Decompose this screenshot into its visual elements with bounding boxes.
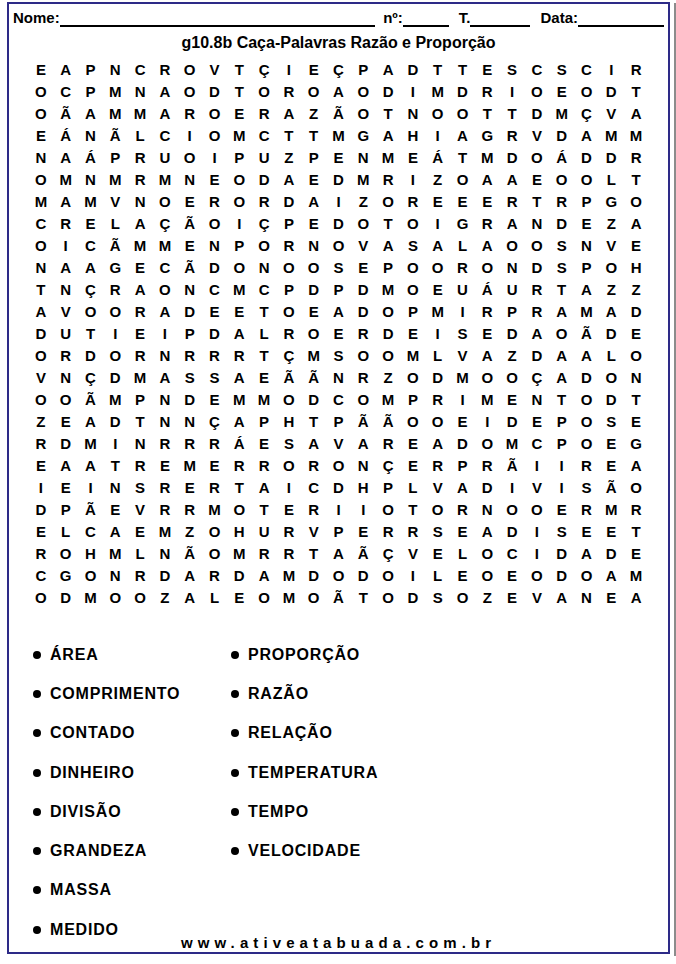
grid-cell-r14c19[interactable]: A — [475, 344, 500, 366]
grid-cell-r5c4[interactable]: P — [103, 146, 128, 168]
grid-cell-r2c22[interactable]: E — [549, 80, 574, 102]
grid-cell-r23c25[interactable]: E — [624, 542, 649, 564]
grid-cell-r9c9[interactable]: P — [227, 234, 252, 256]
grid-cell-r10c10[interactable]: N — [252, 256, 277, 278]
grid-cell-r3c9[interactable]: E — [227, 102, 252, 124]
grid-cell-r5c10[interactable]: U — [252, 146, 277, 168]
grid-cell-r7c12[interactable]: A — [301, 190, 326, 212]
grid-cell-r21c1[interactable]: D — [29, 498, 54, 520]
grid-cell-r19c1[interactable]: E — [29, 454, 54, 476]
grid-cell-r7c25[interactable]: O — [624, 190, 649, 212]
grid-cell-r9c25[interactable]: E — [624, 234, 649, 256]
grid-cell-r24c9[interactable]: D — [227, 564, 252, 586]
grid-cell-r3c15[interactable]: T — [376, 102, 401, 124]
grid-cell-r7c23[interactable]: P — [574, 190, 599, 212]
grid-cell-r25c5[interactable]: O — [128, 586, 153, 608]
grid-cell-r13c12[interactable]: O — [301, 322, 326, 344]
grid-cell-r10c16[interactable]: O — [400, 256, 425, 278]
grid-cell-r15c16[interactable]: O — [400, 366, 425, 388]
grid-cell-r22c20[interactable]: D — [500, 520, 525, 542]
grid-cell-r15c9[interactable]: A — [227, 366, 252, 388]
grid-cell-r6c22[interactable]: O — [549, 168, 574, 190]
grid-cell-r18c17[interactable]: A — [425, 432, 450, 454]
grid-cell-r18c21[interactable]: C — [524, 432, 549, 454]
grid-cell-r1c2[interactable]: A — [53, 58, 78, 80]
grid-cell-r16c9[interactable]: M — [227, 388, 252, 410]
grid-cell-r20c16[interactable]: L — [400, 476, 425, 498]
grid-cell-r18c14[interactable]: A — [351, 432, 376, 454]
grid-cell-r24c14[interactable]: D — [351, 564, 376, 586]
grid-cell-r11c1[interactable]: T — [29, 278, 54, 300]
grid-cell-r4c19[interactable]: G — [475, 124, 500, 146]
grid-cell-r20c2[interactable]: E — [53, 476, 78, 498]
grid-cell-r25c17[interactable]: S — [425, 586, 450, 608]
grid-cell-r4c7[interactable]: I — [177, 124, 202, 146]
grid-cell-r19c12[interactable]: R — [301, 454, 326, 476]
grid-cell-r16c8[interactable]: E — [202, 388, 227, 410]
grid-cell-r12c25[interactable]: D — [624, 300, 649, 322]
grid-cell-r13c8[interactable]: D — [202, 322, 227, 344]
grid-cell-r18c7[interactable]: R — [177, 432, 202, 454]
grid-cell-r15c2[interactable]: N — [53, 366, 78, 388]
grid-cell-r12c20[interactable]: P — [500, 300, 525, 322]
grid-cell-r9c18[interactable]: L — [450, 234, 475, 256]
grid-cell-r19c23[interactable]: R — [574, 454, 599, 476]
grid-cell-r7c4[interactable]: V — [103, 190, 128, 212]
grid-cell-r7c20[interactable]: R — [500, 190, 525, 212]
grid-cell-r4c23[interactable]: A — [574, 124, 599, 146]
grid-cell-r8c22[interactable]: D — [549, 212, 574, 234]
grid-cell-r17c20[interactable]: D — [500, 410, 525, 432]
grid-cell-r15c8[interactable]: S — [202, 366, 227, 388]
grid-cell-r20c13[interactable]: D — [326, 476, 351, 498]
grid-cell-r6c19[interactable]: A — [475, 168, 500, 190]
grid-cell-r24c22[interactable]: D — [549, 564, 574, 586]
grid-cell-r8c20[interactable]: A — [500, 212, 525, 234]
grid-cell-r17c9[interactable]: A — [227, 410, 252, 432]
grid-cell-r4c11[interactable]: T — [276, 124, 301, 146]
grid-cell-r20c21[interactable]: V — [524, 476, 549, 498]
grid-cell-r25c4[interactable]: O — [103, 586, 128, 608]
grid-cell-r11c8[interactable]: C — [202, 278, 227, 300]
grid-cell-r20c14[interactable]: H — [351, 476, 376, 498]
grid-cell-r23c13[interactable]: A — [326, 542, 351, 564]
grid-cell-r23c24[interactable]: D — [599, 542, 624, 564]
grid-cell-r10c23[interactable]: P — [574, 256, 599, 278]
grid-cell-r18c22[interactable]: P — [549, 432, 574, 454]
grid-cell-r13c25[interactable]: E — [624, 322, 649, 344]
grid-cell-r15c11[interactable]: Ã — [276, 366, 301, 388]
grid-cell-r25c1[interactable]: O — [29, 586, 54, 608]
grid-cell-r23c18[interactable]: L — [450, 542, 475, 564]
grid-cell-r19c20[interactable]: Ã — [500, 454, 525, 476]
grid-cell-r3c1[interactable]: O — [29, 102, 54, 124]
grid-cell-r21c22[interactable]: E — [549, 498, 574, 520]
grid-cell-r10c18[interactable]: R — [450, 256, 475, 278]
grid-cell-r1c16[interactable]: D — [400, 58, 425, 80]
grid-cell-r8c19[interactable]: R — [475, 212, 500, 234]
grid-cell-r25c24[interactable]: E — [599, 586, 624, 608]
grid-cell-r3c3[interactable]: A — [78, 102, 103, 124]
grid-cell-r2c15[interactable]: D — [376, 80, 401, 102]
grid-cell-r15c13[interactable]: N — [326, 366, 351, 388]
grid-cell-r14c8[interactable]: R — [202, 344, 227, 366]
grid-cell-r3c13[interactable]: Ã — [326, 102, 351, 124]
grid-cell-r21c7[interactable]: R — [177, 498, 202, 520]
grid-cell-r1c20[interactable]: S — [500, 58, 525, 80]
grid-cell-r1c19[interactable]: E — [475, 58, 500, 80]
grid-cell-r11c13[interactable]: P — [326, 278, 351, 300]
grid-cell-r10c13[interactable]: S — [326, 256, 351, 278]
grid-cell-r13c11[interactable]: R — [276, 322, 301, 344]
grid-cell-r4c15[interactable]: A — [376, 124, 401, 146]
grid-cell-r8c21[interactable]: N — [524, 212, 549, 234]
grid-cell-r13c2[interactable]: U — [53, 322, 78, 344]
grid-cell-r22c1[interactable]: E — [29, 520, 54, 542]
grid-cell-r8c15[interactable]: T — [376, 212, 401, 234]
grid-cell-r4c22[interactable]: D — [549, 124, 574, 146]
grid-cell-r4c17[interactable]: I — [425, 124, 450, 146]
grid-cell-r20c6[interactable]: R — [152, 476, 177, 498]
grid-cell-r3c24[interactable]: V — [599, 102, 624, 124]
grid-cell-r23c19[interactable]: O — [475, 542, 500, 564]
grid-cell-r24c3[interactable]: O — [78, 564, 103, 586]
grid-cell-r1c14[interactable]: P — [351, 58, 376, 80]
grid-cell-r4c25[interactable]: M — [624, 124, 649, 146]
grid-cell-r4c6[interactable]: C — [152, 124, 177, 146]
grid-cell-r13c19[interactable]: E — [475, 322, 500, 344]
grid-cell-r3c4[interactable]: M — [103, 102, 128, 124]
grid-cell-r9c7[interactable]: E — [177, 234, 202, 256]
grid-cell-r6c5[interactable]: R — [128, 168, 153, 190]
grid-cell-r2c14[interactable]: O — [351, 80, 376, 102]
grid-cell-r2c23[interactable]: O — [574, 80, 599, 102]
grid-cell-r2c12[interactable]: O — [301, 80, 326, 102]
grid-cell-r5c19[interactable]: M — [475, 146, 500, 168]
grid-cell-r20c5[interactable]: S — [128, 476, 153, 498]
grid-cell-r17c5[interactable]: T — [128, 410, 153, 432]
grid-cell-r4c12[interactable]: T — [301, 124, 326, 146]
grid-cell-r21c16[interactable]: T — [400, 498, 425, 520]
grid-cell-r18c2[interactable]: D — [53, 432, 78, 454]
grid-cell-r14c17[interactable]: L — [425, 344, 450, 366]
grid-cell-r21c15[interactable]: O — [376, 498, 401, 520]
grid-cell-r23c3[interactable]: H — [78, 542, 103, 564]
grid-cell-r10c15[interactable]: P — [376, 256, 401, 278]
grid-cell-r6c14[interactable]: M — [351, 168, 376, 190]
grid-cell-r19c4[interactable]: T — [103, 454, 128, 476]
grid-cell-r8c16[interactable]: O — [400, 212, 425, 234]
grid-cell-r17c2[interactable]: E — [53, 410, 78, 432]
grid-cell-r22c14[interactable]: E — [351, 520, 376, 542]
grid-cell-r16c6[interactable]: N — [152, 388, 177, 410]
grid-cell-r18c16[interactable]: E — [400, 432, 425, 454]
grid-cell-r25c2[interactable]: D — [53, 586, 78, 608]
grid-cell-r20c4[interactable]: N — [103, 476, 128, 498]
grid-cell-r14c25[interactable]: O — [624, 344, 649, 366]
grid-cell-r20c17[interactable]: V — [425, 476, 450, 498]
grid-cell-r7c6[interactable]: O — [152, 190, 177, 212]
grid-cell-r5c23[interactable]: D — [574, 146, 599, 168]
grid-cell-r20c25[interactable]: O — [624, 476, 649, 498]
grid-cell-r8c8[interactable]: O — [202, 212, 227, 234]
grid-cell-r11c10[interactable]: C — [252, 278, 277, 300]
grid-cell-r22c13[interactable]: P — [326, 520, 351, 542]
grid-cell-r24c7[interactable]: A — [177, 564, 202, 586]
grid-cell-r20c11[interactable]: I — [276, 476, 301, 498]
grid-cell-r9c12[interactable]: N — [301, 234, 326, 256]
grid-cell-r5c14[interactable]: N — [351, 146, 376, 168]
grid-cell-r25c9[interactable]: E — [227, 586, 252, 608]
grid-cell-r24c19[interactable]: O — [475, 564, 500, 586]
grid-cell-r6c3[interactable]: N — [78, 168, 103, 190]
grid-cell-r24c1[interactable]: C — [29, 564, 54, 586]
grid-cell-r11c16[interactable]: O — [400, 278, 425, 300]
grid-cell-r3c5[interactable]: M — [128, 102, 153, 124]
grid-cell-r11c2[interactable]: N — [53, 278, 78, 300]
grid-cell-r9c15[interactable]: A — [376, 234, 401, 256]
grid-cell-r13c16[interactable]: E — [400, 322, 425, 344]
grid-cell-r18c5[interactable]: N — [128, 432, 153, 454]
grid-cell-r15c5[interactable]: M — [128, 366, 153, 388]
grid-cell-r2c16[interactable]: I — [400, 80, 425, 102]
grid-cell-r20c19[interactable]: D — [475, 476, 500, 498]
grid-cell-r12c15[interactable]: O — [376, 300, 401, 322]
grid-cell-r21c9[interactable]: O — [227, 498, 252, 520]
grid-cell-r9c13[interactable]: O — [326, 234, 351, 256]
grid-cell-r6c20[interactable]: A — [500, 168, 525, 190]
grid-cell-r7c11[interactable]: D — [276, 190, 301, 212]
grid-cell-r17c17[interactable]: O — [425, 410, 450, 432]
grid-cell-r8c10[interactable]: Ç — [252, 212, 277, 234]
grid-cell-r25c3[interactable]: M — [78, 586, 103, 608]
grid-cell-r20c7[interactable]: E — [177, 476, 202, 498]
grid-cell-r6c11[interactable]: A — [276, 168, 301, 190]
grid-cell-r1c11[interactable]: I — [276, 58, 301, 80]
grid-cell-r21c19[interactable]: N — [475, 498, 500, 520]
grid-cell-r1c13[interactable]: Ç — [326, 58, 351, 80]
grid-cell-r6c9[interactable]: O — [227, 168, 252, 190]
grid-cell-r25c7[interactable]: A — [177, 586, 202, 608]
grid-cell-r6c1[interactable]: O — [29, 168, 54, 190]
grid-cell-r4c20[interactable]: R — [500, 124, 525, 146]
grid-cell-r21c17[interactable]: O — [425, 498, 450, 520]
grid-cell-r17c11[interactable]: H — [276, 410, 301, 432]
grid-cell-r12c14[interactable]: D — [351, 300, 376, 322]
grid-cell-r17c21[interactable]: E — [524, 410, 549, 432]
grid-cell-r6c15[interactable]: R — [376, 168, 401, 190]
grid-cell-r1c5[interactable]: C — [128, 58, 153, 80]
grid-cell-r25c12[interactable]: O — [301, 586, 326, 608]
grid-cell-r7c8[interactable]: R — [202, 190, 227, 212]
grid-cell-r24c24[interactable]: A — [599, 564, 624, 586]
grid-cell-r9c6[interactable]: M — [152, 234, 177, 256]
grid-cell-r23c7[interactable]: Ã — [177, 542, 202, 564]
grid-cell-r8c14[interactable]: O — [351, 212, 376, 234]
grid-cell-r7c5[interactable]: N — [128, 190, 153, 212]
grid-cell-r9c24[interactable]: V — [599, 234, 624, 256]
grid-cell-r13c22[interactable]: O — [549, 322, 574, 344]
grid-cell-r3c6[interactable]: A — [152, 102, 177, 124]
grid-cell-r18c20[interactable]: M — [500, 432, 525, 454]
grid-cell-r2c4[interactable]: M — [103, 80, 128, 102]
grid-cell-r11c11[interactable]: P — [276, 278, 301, 300]
grid-cell-r23c20[interactable]: C — [500, 542, 525, 564]
grid-cell-r10c14[interactable]: E — [351, 256, 376, 278]
grid-cell-r21c21[interactable]: O — [524, 498, 549, 520]
grid-cell-r24c18[interactable]: E — [450, 564, 475, 586]
grid-cell-r4c3[interactable]: N — [78, 124, 103, 146]
grid-cell-r21c4[interactable]: E — [103, 498, 128, 520]
grid-cell-r5c7[interactable]: O — [177, 146, 202, 168]
grid-cell-r15c23[interactable]: D — [574, 366, 599, 388]
grid-cell-r3c7[interactable]: R — [177, 102, 202, 124]
grid-cell-r11c5[interactable]: A — [128, 278, 153, 300]
grid-cell-r3c8[interactable]: O — [202, 102, 227, 124]
grid-cell-r4c10[interactable]: C — [252, 124, 277, 146]
grid-cell-r8c1[interactable]: C — [29, 212, 54, 234]
grid-cell-r8c6[interactable]: Ç — [152, 212, 177, 234]
grid-cell-r19c21[interactable]: I — [524, 454, 549, 476]
grid-cell-r11c19[interactable]: Á — [475, 278, 500, 300]
grid-cell-r16c18[interactable]: I — [450, 388, 475, 410]
grid-cell-r24c15[interactable]: O — [376, 564, 401, 586]
grid-cell-r2c11[interactable]: R — [276, 80, 301, 102]
grid-cell-r24c6[interactable]: D — [152, 564, 177, 586]
grid-cell-r18c12[interactable]: A — [301, 432, 326, 454]
grid-cell-r19c2[interactable]: A — [53, 454, 78, 476]
grid-cell-r5c1[interactable]: N — [29, 146, 54, 168]
grid-cell-r24c13[interactable]: O — [326, 564, 351, 586]
grid-cell-r12c7[interactable]: D — [177, 300, 202, 322]
grid-cell-r24c5[interactable]: R — [128, 564, 153, 586]
grid-cell-r7c3[interactable]: M — [78, 190, 103, 212]
grid-cell-r9c20[interactable]: O — [500, 234, 525, 256]
grid-cell-r14c12[interactable]: M — [301, 344, 326, 366]
grid-cell-r22c12[interactable]: V — [301, 520, 326, 542]
grid-cell-r18c25[interactable]: G — [624, 432, 649, 454]
grid-cell-r7c21[interactable]: T — [524, 190, 549, 212]
grid-cell-r5c2[interactable]: A — [53, 146, 78, 168]
grid-cell-r13c4[interactable]: I — [103, 322, 128, 344]
grid-cell-r7c18[interactable]: E — [450, 190, 475, 212]
grid-cell-r13c7[interactable]: P — [177, 322, 202, 344]
grid-cell-r5c17[interactable]: Á — [425, 146, 450, 168]
grid-cell-r13c13[interactable]: E — [326, 322, 351, 344]
grid-cell-r11c21[interactable]: R — [524, 278, 549, 300]
grid-cell-r8c24[interactable]: Z — [599, 212, 624, 234]
grid-cell-r23c21[interactable]: I — [524, 542, 549, 564]
grid-cell-r18c24[interactable]: E — [599, 432, 624, 454]
grid-cell-r16c15[interactable]: M — [376, 388, 401, 410]
grid-cell-r16c24[interactable]: D — [599, 388, 624, 410]
grid-cell-r5c8[interactable]: I — [202, 146, 227, 168]
grid-cell-r1c7[interactable]: O — [177, 58, 202, 80]
grid-cell-r16c16[interactable]: P — [400, 388, 425, 410]
grid-cell-r6c17[interactable]: Z — [425, 168, 450, 190]
grid-cell-r11c18[interactable]: U — [450, 278, 475, 300]
grid-cell-r21c3[interactable]: Ã — [78, 498, 103, 520]
grid-cell-r1c6[interactable]: R — [152, 58, 177, 80]
grid-cell-r25c23[interactable]: N — [574, 586, 599, 608]
grid-cell-r9c5[interactable]: M — [128, 234, 153, 256]
grid-cell-r16c7[interactable]: D — [177, 388, 202, 410]
grid-cell-r22c19[interactable]: A — [475, 520, 500, 542]
grid-cell-r8c23[interactable]: E — [574, 212, 599, 234]
grid-cell-r6c21[interactable]: E — [524, 168, 549, 190]
grid-cell-r12c21[interactable]: R — [524, 300, 549, 322]
grid-cell-r20c18[interactable]: A — [450, 476, 475, 498]
grid-cell-r11c22[interactable]: T — [549, 278, 574, 300]
grid-cell-r23c12[interactable]: T — [301, 542, 326, 564]
name-field-line[interactable] — [60, 12, 376, 27]
grid-cell-r17c23[interactable]: O — [574, 410, 599, 432]
grid-cell-r16c1[interactable]: O — [29, 388, 54, 410]
grid-cell-r24c10[interactable]: A — [252, 564, 277, 586]
grid-cell-r17c7[interactable]: N — [177, 410, 202, 432]
grid-cell-r18c11[interactable]: S — [276, 432, 301, 454]
grid-cell-r8c13[interactable]: D — [326, 212, 351, 234]
grid-cell-r8c7[interactable]: Ã — [177, 212, 202, 234]
grid-cell-r24c4[interactable]: N — [103, 564, 128, 586]
grid-cell-r9c1[interactable]: O — [29, 234, 54, 256]
grid-cell-r3c2[interactable]: Ã — [53, 102, 78, 124]
grid-cell-r14c14[interactable]: O — [351, 344, 376, 366]
grid-cell-r17c4[interactable]: D — [103, 410, 128, 432]
grid-cell-r16c12[interactable]: D — [301, 388, 326, 410]
grid-cell-r16c2[interactable]: O — [53, 388, 78, 410]
grid-cell-r18c19[interactable]: O — [475, 432, 500, 454]
grid-cell-r9c21[interactable]: O — [524, 234, 549, 256]
grid-cell-r17c6[interactable]: N — [152, 410, 177, 432]
grid-cell-r4c4[interactable]: Ã — [103, 124, 128, 146]
grid-cell-r23c22[interactable]: D — [549, 542, 574, 564]
grid-cell-r3c14[interactable]: O — [351, 102, 376, 124]
grid-cell-r10c17[interactable]: O — [425, 256, 450, 278]
grid-cell-r18c6[interactable]: R — [152, 432, 177, 454]
grid-cell-r17c8[interactable]: Ç — [202, 410, 227, 432]
grid-cell-r17c25[interactable]: E — [624, 410, 649, 432]
grid-cell-r2c24[interactable]: D — [599, 80, 624, 102]
grid-cell-r22c17[interactable]: S — [425, 520, 450, 542]
grid-cell-r10c20[interactable]: N — [500, 256, 525, 278]
grid-cell-r1c3[interactable]: P — [78, 58, 103, 80]
grid-cell-r9c4[interactable]: Ã — [103, 234, 128, 256]
grid-cell-r5c6[interactable]: U — [152, 146, 177, 168]
grid-cell-r15c19[interactable]: O — [475, 366, 500, 388]
grid-cell-r22c16[interactable]: R — [400, 520, 425, 542]
grid-cell-r19c5[interactable]: R — [128, 454, 153, 476]
grid-cell-r4c16[interactable]: H — [400, 124, 425, 146]
grid-cell-r20c9[interactable]: T — [227, 476, 252, 498]
grid-cell-r7c22[interactable]: R — [549, 190, 574, 212]
grid-cell-r9c11[interactable]: R — [276, 234, 301, 256]
grid-cell-r2c9[interactable]: T — [227, 80, 252, 102]
grid-cell-r5c24[interactable]: D — [599, 146, 624, 168]
class-field-line[interactable] — [470, 12, 530, 27]
grid-cell-r16c13[interactable]: C — [326, 388, 351, 410]
grid-cell-r8c9[interactable]: I — [227, 212, 252, 234]
grid-cell-r20c23[interactable]: S — [574, 476, 599, 498]
grid-cell-r14c22[interactable]: A — [549, 344, 574, 366]
grid-cell-r13c9[interactable]: A — [227, 322, 252, 344]
grid-cell-r25c25[interactable]: A — [624, 586, 649, 608]
grid-cell-r4c2[interactable]: Á — [53, 124, 78, 146]
grid-cell-r14c4[interactable]: O — [103, 344, 128, 366]
grid-cell-r14c2[interactable]: R — [53, 344, 78, 366]
grid-cell-r11c14[interactable]: D — [351, 278, 376, 300]
grid-cell-r12c3[interactable]: O — [78, 300, 103, 322]
